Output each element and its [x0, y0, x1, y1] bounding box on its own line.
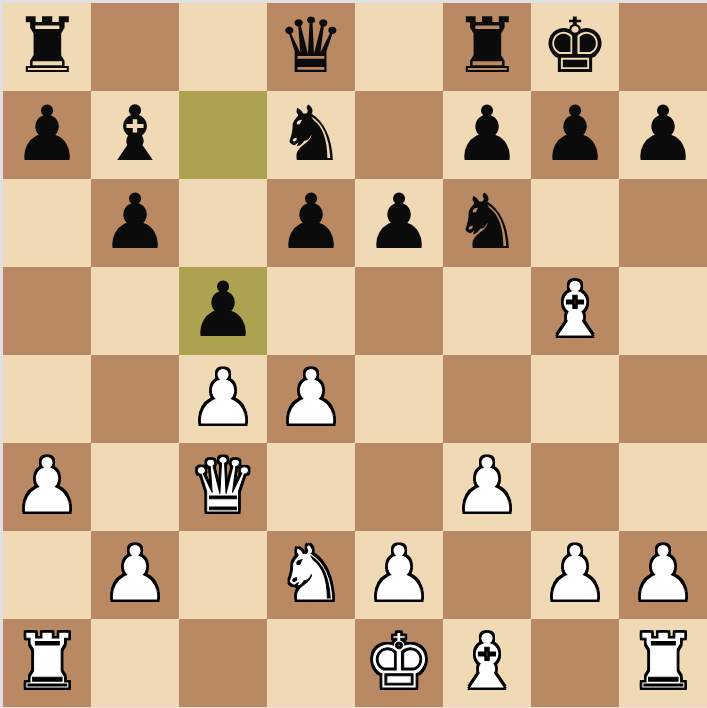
piece-white-king: ♚ — [355, 619, 443, 707]
square-b7[interactable]: ♝ — [91, 91, 179, 179]
square-h3[interactable] — [619, 443, 707, 531]
square-e2[interactable]: ♟ — [355, 531, 443, 619]
square-f7[interactable]: ♟ — [443, 91, 531, 179]
piece-white-rook: ♜ — [3, 619, 91, 707]
square-g2[interactable]: ♟ — [531, 531, 619, 619]
square-b1[interactable] — [91, 619, 179, 707]
square-e1[interactable]: ♚ — [355, 619, 443, 707]
square-b8[interactable] — [91, 3, 179, 91]
piece-black-knight: ♞ — [443, 179, 531, 267]
square-g6[interactable] — [531, 179, 619, 267]
piece-black-rook: ♜ — [443, 3, 531, 91]
square-d8[interactable]: ♛ — [267, 3, 355, 91]
piece-black-queen: ♛ — [267, 3, 355, 91]
square-f6[interactable]: ♞ — [443, 179, 531, 267]
square-g1[interactable] — [531, 619, 619, 707]
piece-white-pawn: ♟ — [531, 531, 619, 619]
piece-white-pawn: ♟ — [91, 531, 179, 619]
piece-black-pawn: ♟ — [179, 267, 267, 355]
piece-black-rook: ♜ — [3, 3, 91, 91]
piece-white-bishop: ♝ — [531, 267, 619, 355]
piece-white-knight: ♞ — [267, 531, 355, 619]
square-h7[interactable]: ♟ — [619, 91, 707, 179]
square-a1[interactable]: ♜ — [3, 619, 91, 707]
piece-black-bishop: ♝ — [91, 91, 179, 179]
square-b4[interactable] — [91, 355, 179, 443]
square-c6[interactable] — [179, 179, 267, 267]
square-g7[interactable]: ♟ — [531, 91, 619, 179]
square-a4[interactable] — [3, 355, 91, 443]
page: ♜♛♜♚♟♝♞♟♟♟♟♟♟♞♟♝♟♟♟♛♟♟♞♟♟♟♜♚♝♜ — [0, 0, 707, 708]
square-d1[interactable] — [267, 619, 355, 707]
square-d3[interactable] — [267, 443, 355, 531]
piece-white-rook: ♜ — [619, 619, 707, 707]
square-g3[interactable] — [531, 443, 619, 531]
square-a8[interactable]: ♜ — [3, 3, 91, 91]
square-a2[interactable] — [3, 531, 91, 619]
square-e3[interactable] — [355, 443, 443, 531]
square-h1[interactable]: ♜ — [619, 619, 707, 707]
piece-white-pawn: ♟ — [619, 531, 707, 619]
square-e7[interactable] — [355, 91, 443, 179]
square-f1[interactable]: ♝ — [443, 619, 531, 707]
square-b2[interactable]: ♟ — [91, 531, 179, 619]
square-d2[interactable]: ♞ — [267, 531, 355, 619]
chess-board: ♜♛♜♚♟♝♞♟♟♟♟♟♟♞♟♝♟♟♟♛♟♟♞♟♟♟♜♚♝♜ — [3, 3, 707, 707]
square-a5[interactable] — [3, 267, 91, 355]
square-e6[interactable]: ♟ — [355, 179, 443, 267]
piece-black-pawn: ♟ — [443, 91, 531, 179]
piece-black-pawn: ♟ — [531, 91, 619, 179]
square-e5[interactable] — [355, 267, 443, 355]
square-e4[interactable] — [355, 355, 443, 443]
square-c5[interactable]: ♟ — [179, 267, 267, 355]
square-g4[interactable] — [531, 355, 619, 443]
square-c1[interactable] — [179, 619, 267, 707]
square-b5[interactable] — [91, 267, 179, 355]
square-h4[interactable] — [619, 355, 707, 443]
square-h6[interactable] — [619, 179, 707, 267]
square-f4[interactable] — [443, 355, 531, 443]
square-f2[interactable] — [443, 531, 531, 619]
square-f3[interactable]: ♟ — [443, 443, 531, 531]
piece-white-pawn: ♟ — [3, 443, 91, 531]
piece-white-pawn: ♟ — [267, 355, 355, 443]
square-h2[interactable]: ♟ — [619, 531, 707, 619]
square-d7[interactable]: ♞ — [267, 91, 355, 179]
square-a7[interactable]: ♟ — [3, 91, 91, 179]
piece-black-pawn: ♟ — [3, 91, 91, 179]
square-g5[interactable]: ♝ — [531, 267, 619, 355]
piece-white-pawn: ♟ — [355, 531, 443, 619]
square-c7[interactable] — [179, 91, 267, 179]
piece-white-queen: ♛ — [179, 443, 267, 531]
square-b3[interactable] — [91, 443, 179, 531]
piece-white-pawn: ♟ — [443, 443, 531, 531]
square-c2[interactable] — [179, 531, 267, 619]
square-f5[interactable] — [443, 267, 531, 355]
square-b6[interactable]: ♟ — [91, 179, 179, 267]
piece-black-king: ♚ — [531, 3, 619, 91]
square-f8[interactable]: ♜ — [443, 3, 531, 91]
square-d6[interactable]: ♟ — [267, 179, 355, 267]
piece-black-pawn: ♟ — [619, 91, 707, 179]
piece-black-pawn: ♟ — [355, 179, 443, 267]
square-c8[interactable] — [179, 3, 267, 91]
square-d4[interactable]: ♟ — [267, 355, 355, 443]
square-h5[interactable] — [619, 267, 707, 355]
square-h8[interactable] — [619, 3, 707, 91]
piece-black-pawn: ♟ — [91, 179, 179, 267]
square-e8[interactable] — [355, 3, 443, 91]
square-g8[interactable]: ♚ — [531, 3, 619, 91]
piece-white-pawn: ♟ — [179, 355, 267, 443]
piece-white-bishop: ♝ — [443, 619, 531, 707]
piece-black-pawn: ♟ — [267, 179, 355, 267]
square-a6[interactable] — [3, 179, 91, 267]
square-c4[interactable]: ♟ — [179, 355, 267, 443]
piece-black-knight: ♞ — [267, 91, 355, 179]
square-c3[interactable]: ♛ — [179, 443, 267, 531]
square-a3[interactable]: ♟ — [3, 443, 91, 531]
square-d5[interactable] — [267, 267, 355, 355]
